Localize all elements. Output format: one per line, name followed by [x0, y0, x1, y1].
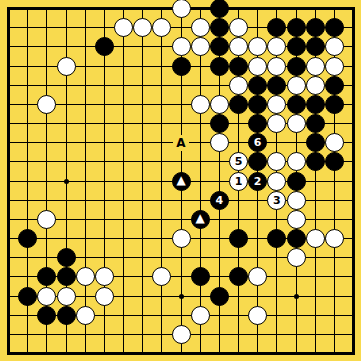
- black-stone: [229, 229, 248, 248]
- white-stone: [210, 133, 229, 152]
- white-stone: [76, 267, 95, 286]
- white-stone: [287, 114, 306, 133]
- white-stone: [306, 76, 325, 95]
- move-2-stone: 2: [248, 172, 267, 191]
- white-stone: [172, 37, 191, 56]
- black-stone: [229, 95, 248, 114]
- white-stone: [287, 210, 306, 229]
- black-stone: [267, 76, 286, 95]
- white-stone: [76, 306, 95, 325]
- white-stone: [172, 325, 191, 344]
- black-stone: [287, 229, 306, 248]
- white-stone: [191, 306, 210, 325]
- white-stone: [325, 229, 344, 248]
- black-stone: [287, 37, 306, 56]
- triangle-marked-black-stone: ▲: [191, 210, 210, 229]
- white-stone: [325, 57, 344, 76]
- black-stone: [287, 18, 306, 37]
- black-stone: [306, 95, 325, 114]
- white-stone: [306, 229, 325, 248]
- black-stone: [287, 57, 306, 76]
- star-point: [179, 294, 184, 299]
- black-stone: [306, 37, 325, 56]
- black-stone: [172, 57, 191, 76]
- white-stone: [287, 152, 306, 171]
- white-stone: [57, 287, 76, 306]
- black-stone: [57, 248, 76, 267]
- triangle-marked-black-stone: ▲: [172, 172, 191, 191]
- white-stone: [172, 229, 191, 248]
- white-stone: [37, 287, 56, 306]
- white-stone: [210, 95, 229, 114]
- white-stone: [248, 57, 267, 76]
- white-stone: [325, 133, 344, 152]
- go-board: 65▲1243▲A: [0, 0, 361, 361]
- triangle-mark-icon: ▲: [176, 174, 185, 186]
- black-stone: [57, 306, 76, 325]
- point-label-A: A: [173, 135, 189, 151]
- black-stone: [306, 114, 325, 133]
- black-stone: [37, 306, 56, 325]
- black-stone: [325, 76, 344, 95]
- white-stone: [267, 172, 286, 191]
- black-stone: [210, 287, 229, 306]
- white-stone: [95, 287, 114, 306]
- black-stone: [210, 114, 229, 133]
- black-stone: [306, 152, 325, 171]
- white-stone: [287, 76, 306, 95]
- white-stone: [248, 306, 267, 325]
- move-4-stone: 4: [210, 191, 229, 210]
- white-stone: [267, 57, 286, 76]
- black-stone: [210, 18, 229, 37]
- move-1-stone: 1: [229, 172, 248, 191]
- grid-line-vertical: [200, 9, 201, 354]
- white-stone: [306, 57, 325, 76]
- black-stone: [306, 133, 325, 152]
- white-stone: [191, 95, 210, 114]
- move-3-stone: 3: [267, 191, 286, 210]
- star-point: [294, 294, 299, 299]
- go-board-diagram: 65▲1243▲A: [0, 0, 361, 361]
- black-stone: [229, 57, 248, 76]
- black-stone: [210, 0, 229, 18]
- black-stone: [248, 76, 267, 95]
- black-stone: [325, 18, 344, 37]
- white-stone: [191, 18, 210, 37]
- black-stone: [287, 172, 306, 191]
- white-stone: [229, 76, 248, 95]
- black-stone: [191, 267, 210, 286]
- white-stone: [172, 0, 191, 18]
- black-stone: [248, 95, 267, 114]
- black-stone: [57, 267, 76, 286]
- black-stone: [18, 287, 37, 306]
- black-stone: [325, 95, 344, 114]
- star-point: [64, 179, 69, 184]
- triangle-mark-icon: ▲: [196, 212, 205, 224]
- white-stone: [287, 191, 306, 210]
- black-stone: [210, 57, 229, 76]
- black-stone: [306, 18, 325, 37]
- white-stone: [287, 248, 306, 267]
- black-stone: [287, 95, 306, 114]
- white-stone: [57, 57, 76, 76]
- white-stone: [191, 37, 210, 56]
